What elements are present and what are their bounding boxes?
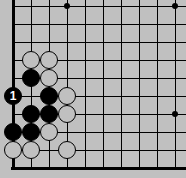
black-stone-C4[interactable] <box>40 105 58 123</box>
white-stone-B7[interactable] <box>22 51 40 69</box>
grid-line-vertical-H <box>139 0 140 170</box>
grid-line-horizontal-9 <box>12 24 186 25</box>
white-stone-D2[interactable] <box>58 141 76 159</box>
white-stone-C6[interactable] <box>40 69 58 87</box>
white-stone-B2[interactable] <box>22 141 40 159</box>
grid-line-vertical-F <box>103 0 104 170</box>
black-stone-A5[interactable]: 1 <box>4 87 22 105</box>
grid-line-vertical-J <box>157 0 158 170</box>
board-edge-bottom <box>11 167 186 170</box>
move-number-label: 1 <box>10 90 17 102</box>
grid-line-vertical-G <box>121 0 122 170</box>
grid-line-vertical-E <box>85 0 86 170</box>
black-stone-C5[interactable] <box>40 87 58 105</box>
black-stone-A3[interactable] <box>4 123 22 141</box>
grid-line-horizontal-5 <box>12 96 186 97</box>
star-point-K10 <box>172 3 178 9</box>
grid-line-horizontal-10 <box>12 6 186 7</box>
white-stone-C7[interactable] <box>40 51 58 69</box>
star-point-D10 <box>64 3 70 9</box>
black-stone-B6[interactable] <box>22 69 40 87</box>
white-stone-A2[interactable] <box>4 141 22 159</box>
grid-line-horizontal-8 <box>12 42 186 43</box>
black-stone-B3[interactable] <box>22 123 40 141</box>
black-stone-B4[interactable] <box>22 105 40 123</box>
star-point-K4 <box>172 111 178 117</box>
go-board[interactable]: 1 <box>0 0 186 178</box>
white-stone-D5[interactable] <box>58 87 76 105</box>
white-stone-D4[interactable] <box>58 105 76 123</box>
white-stone-C3[interactable] <box>40 123 58 141</box>
grid-line-vertical-K <box>175 0 176 170</box>
